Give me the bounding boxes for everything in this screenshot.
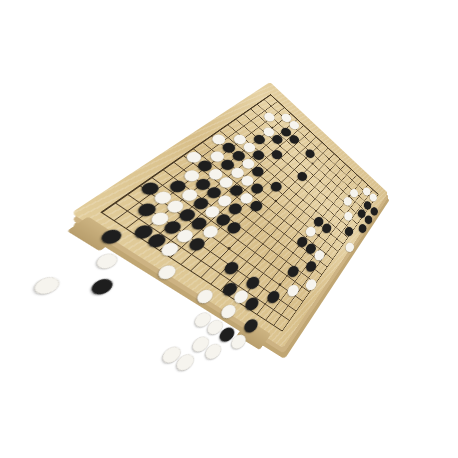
black-stone: ● bbox=[342, 223, 356, 239]
white-stone: ● bbox=[192, 284, 218, 307]
white-stone: ● bbox=[342, 208, 356, 223]
black-stone: ● bbox=[284, 261, 302, 280]
black-stone: ● bbox=[220, 257, 243, 278]
white-stone: ● bbox=[341, 194, 355, 209]
white-stone: ● bbox=[284, 280, 303, 299]
white-stone: ● bbox=[153, 260, 182, 283]
black-stone: ● bbox=[85, 273, 121, 299]
white-stone: ● bbox=[90, 248, 125, 273]
white-stone: ● bbox=[27, 271, 69, 299]
black-stone: ● bbox=[264, 286, 284, 306]
black-stone: ● bbox=[269, 147, 287, 162]
black-stone: ● bbox=[303, 146, 318, 160]
go-board: ●●●●●●●●●●●●●●●●●●●●●●●●●●●●●●●●●●●●●●●●… bbox=[71, 82, 388, 348]
white-stone: ● bbox=[261, 110, 279, 125]
black-stone: ● bbox=[303, 257, 320, 275]
product-photo-canvas: ●●●●●●●●●●●●●●●●●●●●●●●●●●●●●●●●●●●●●●●●… bbox=[0, 0, 458, 458]
black-stone: ● bbox=[294, 168, 310, 183]
black-stone: ● bbox=[267, 178, 285, 194]
board-grid: ●●●●●●●●●●●●●●●●●●●●●●●●●●●●●●●●●●●●●●●●… bbox=[89, 89, 383, 338]
stones-layer: ●●●●●●●●●●●●●●●●●●●●●●●●●●●●●●●●●●●●●●●●… bbox=[105, 95, 376, 327]
white-stone: ● bbox=[303, 275, 320, 294]
